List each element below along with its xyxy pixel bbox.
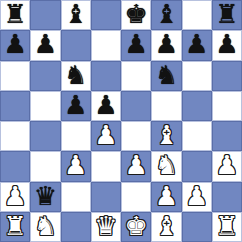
piece-black-queen[interactable]: ♛: [34, 183, 57, 209]
square-e4[interactable]: [121, 121, 151, 151]
square-a6[interactable]: [0, 61, 30, 91]
square-c6[interactable]: ♞: [61, 61, 91, 91]
chess-board-container: ♜♝♚♝♜♟♟♟♟♟♟♞♞♟♟♟♝♟♟♞♟♟♛♟♟♜♞♛♚♝♜: [0, 0, 242, 242]
piece-black-pawn[interactable]: ♟: [3, 31, 26, 57]
chess-board: ♜♝♚♝♜♟♟♟♟♟♟♞♞♟♟♟♝♟♟♞♟♟♛♟♟♜♞♛♚♝♜: [0, 0, 242, 242]
piece-white-rook[interactable]: ♜: [215, 213, 238, 239]
square-h3[interactable]: ♟: [212, 151, 242, 181]
square-c2[interactable]: [61, 182, 91, 212]
piece-black-bishop[interactable]: ♝: [155, 1, 178, 27]
square-g8[interactable]: [182, 0, 212, 30]
square-h1[interactable]: ♜: [212, 212, 242, 242]
piece-black-pawn[interactable]: ♟: [155, 31, 178, 57]
square-b1[interactable]: ♞: [30, 212, 60, 242]
square-c8[interactable]: ♝: [61, 0, 91, 30]
square-g3[interactable]: [182, 151, 212, 181]
square-b8[interactable]: [30, 0, 60, 30]
square-a1[interactable]: ♜: [0, 212, 30, 242]
piece-black-pawn[interactable]: ♟: [94, 92, 117, 118]
square-h7[interactable]: ♟: [212, 30, 242, 60]
square-a8[interactable]: ♜: [0, 0, 30, 30]
square-a5[interactable]: [0, 91, 30, 121]
piece-white-bishop[interactable]: ♝: [155, 122, 178, 148]
square-g7[interactable]: ♟: [182, 30, 212, 60]
piece-white-king[interactable]: ♚: [124, 213, 147, 239]
square-e3[interactable]: ♟: [121, 151, 151, 181]
square-c7[interactable]: [61, 30, 91, 60]
piece-black-rook[interactable]: ♜: [215, 1, 238, 27]
square-c3[interactable]: ♟: [61, 151, 91, 181]
piece-white-bishop[interactable]: ♝: [155, 213, 178, 239]
square-h6[interactable]: [212, 61, 242, 91]
piece-white-knight[interactable]: ♞: [155, 152, 178, 178]
square-b4[interactable]: [30, 121, 60, 151]
square-d4[interactable]: ♟: [91, 121, 121, 151]
square-e7[interactable]: ♟: [121, 30, 151, 60]
square-e6[interactable]: [121, 61, 151, 91]
square-b5[interactable]: [30, 91, 60, 121]
square-a7[interactable]: ♟: [0, 30, 30, 60]
square-e2[interactable]: [121, 182, 151, 212]
square-g1[interactable]: [182, 212, 212, 242]
square-a2[interactable]: ♟: [0, 182, 30, 212]
square-a4[interactable]: [0, 121, 30, 151]
piece-black-pawn[interactable]: ♟: [124, 31, 147, 57]
square-d3[interactable]: [91, 151, 121, 181]
square-b2[interactable]: ♛: [30, 182, 60, 212]
square-f4[interactable]: ♝: [151, 121, 181, 151]
piece-white-pawn[interactable]: ♟: [3, 183, 26, 209]
square-f1[interactable]: ♝: [151, 212, 181, 242]
square-e1[interactable]: ♚: [121, 212, 151, 242]
piece-black-pawn[interactable]: ♟: [34, 31, 57, 57]
piece-black-rook[interactable]: ♜: [3, 1, 26, 27]
square-d1[interactable]: ♛: [91, 212, 121, 242]
square-c1[interactable]: [61, 212, 91, 242]
piece-white-pawn[interactable]: ♟: [94, 122, 117, 148]
piece-white-pawn[interactable]: ♟: [124, 152, 147, 178]
square-f5[interactable]: [151, 91, 181, 121]
square-b3[interactable]: [30, 151, 60, 181]
square-f6[interactable]: ♞: [151, 61, 181, 91]
square-g6[interactable]: [182, 61, 212, 91]
square-e5[interactable]: [121, 91, 151, 121]
piece-white-pawn[interactable]: ♟: [185, 183, 208, 209]
piece-black-knight[interactable]: ♞: [155, 62, 178, 88]
square-b7[interactable]: ♟: [30, 30, 60, 60]
piece-white-pawn[interactable]: ♟: [215, 152, 238, 178]
square-f2[interactable]: ♟: [151, 182, 181, 212]
square-d8[interactable]: [91, 0, 121, 30]
piece-white-queen[interactable]: ♛: [94, 213, 117, 239]
square-g2[interactable]: ♟: [182, 182, 212, 212]
square-d7[interactable]: [91, 30, 121, 60]
square-b6[interactable]: [30, 61, 60, 91]
square-c5[interactable]: ♟: [61, 91, 91, 121]
square-d2[interactable]: [91, 182, 121, 212]
piece-black-pawn[interactable]: ♟: [185, 31, 208, 57]
square-h8[interactable]: ♜: [212, 0, 242, 30]
piece-white-pawn[interactable]: ♟: [155, 183, 178, 209]
piece-black-bishop[interactable]: ♝: [64, 1, 87, 27]
piece-black-king[interactable]: ♚: [124, 1, 147, 27]
square-a3[interactable]: [0, 151, 30, 181]
square-f3[interactable]: ♞: [151, 151, 181, 181]
square-g4[interactable]: [182, 121, 212, 151]
piece-black-knight[interactable]: ♞: [64, 62, 87, 88]
square-e8[interactable]: ♚: [121, 0, 151, 30]
piece-white-pawn[interactable]: ♟: [64, 152, 87, 178]
square-d5[interactable]: ♟: [91, 91, 121, 121]
square-g5[interactable]: [182, 91, 212, 121]
square-c4[interactable]: [61, 121, 91, 151]
square-f8[interactable]: ♝: [151, 0, 181, 30]
piece-white-rook[interactable]: ♜: [3, 213, 26, 239]
square-f7[interactable]: ♟: [151, 30, 181, 60]
square-h4[interactable]: [212, 121, 242, 151]
square-d6[interactable]: [91, 61, 121, 91]
square-h5[interactable]: [212, 91, 242, 121]
square-h2[interactable]: [212, 182, 242, 212]
piece-black-pawn[interactable]: ♟: [64, 92, 87, 118]
piece-white-knight[interactable]: ♞: [34, 213, 57, 239]
piece-black-pawn[interactable]: ♟: [215, 31, 238, 57]
